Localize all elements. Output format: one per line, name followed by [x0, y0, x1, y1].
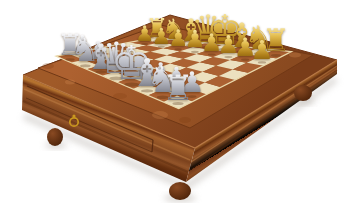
piece-contact-shadow [141, 78, 149, 80]
piece-contact-shadow [191, 51, 199, 53]
piece-contact-shadow [202, 46, 214, 49]
piece-contact-shadow [110, 67, 118, 69]
case-bun-foot-right [294, 85, 312, 101]
piece-contact-shadow [237, 50, 248, 53]
piece-contact-shadow [141, 43, 148, 45]
piece-contact-shadow [125, 73, 133, 75]
chess-case-illustration [0, 0, 350, 203]
piece-contact-shadow [271, 54, 281, 57]
piece-contact-shadow [186, 44, 196, 47]
piece-contact-shadow [79, 56, 87, 58]
piece-contact-shadow [241, 59, 249, 61]
piece-contact-shadow [141, 89, 153, 92]
piece-contact-shadow [224, 56, 232, 58]
piece-contact-shadow [65, 58, 74, 61]
piece-contact-shadow [172, 90, 181, 92]
piece-contact-shadow [258, 61, 266, 63]
piece-contact-shadow [170, 42, 179, 45]
piece-contact-shadow [174, 48, 181, 50]
case-bun-foot-left [47, 128, 63, 146]
piece-contact-shadow [153, 40, 161, 42]
piece-contact-shadow [254, 52, 264, 55]
piece-contact-shadow [94, 62, 102, 64]
piece-contact-shadow [218, 48, 231, 52]
piece-contact-shadow [109, 77, 123, 81]
piece-contact-shadow [188, 95, 197, 98]
case-bun-foot-front [169, 182, 191, 200]
piece-contact-shadow [156, 84, 165, 86]
piece-contact-shadow [95, 71, 106, 74]
piece-contact-shadow [124, 83, 139, 87]
piece-contact-shadow [208, 53, 216, 55]
piece-contact-shadow [158, 46, 165, 48]
piece-contact-shadow [157, 96, 169, 99]
piece-contact-shadow [172, 102, 183, 105]
piece-contact-shadow [80, 64, 90, 67]
chess-set-product-photo: ♜♞♝♛♚♝♞♜♟♟♟♟♟♟♟♟♟♟♟♟♟♟♟♟♜♞♝♛♚♝♞♜ [0, 0, 350, 203]
